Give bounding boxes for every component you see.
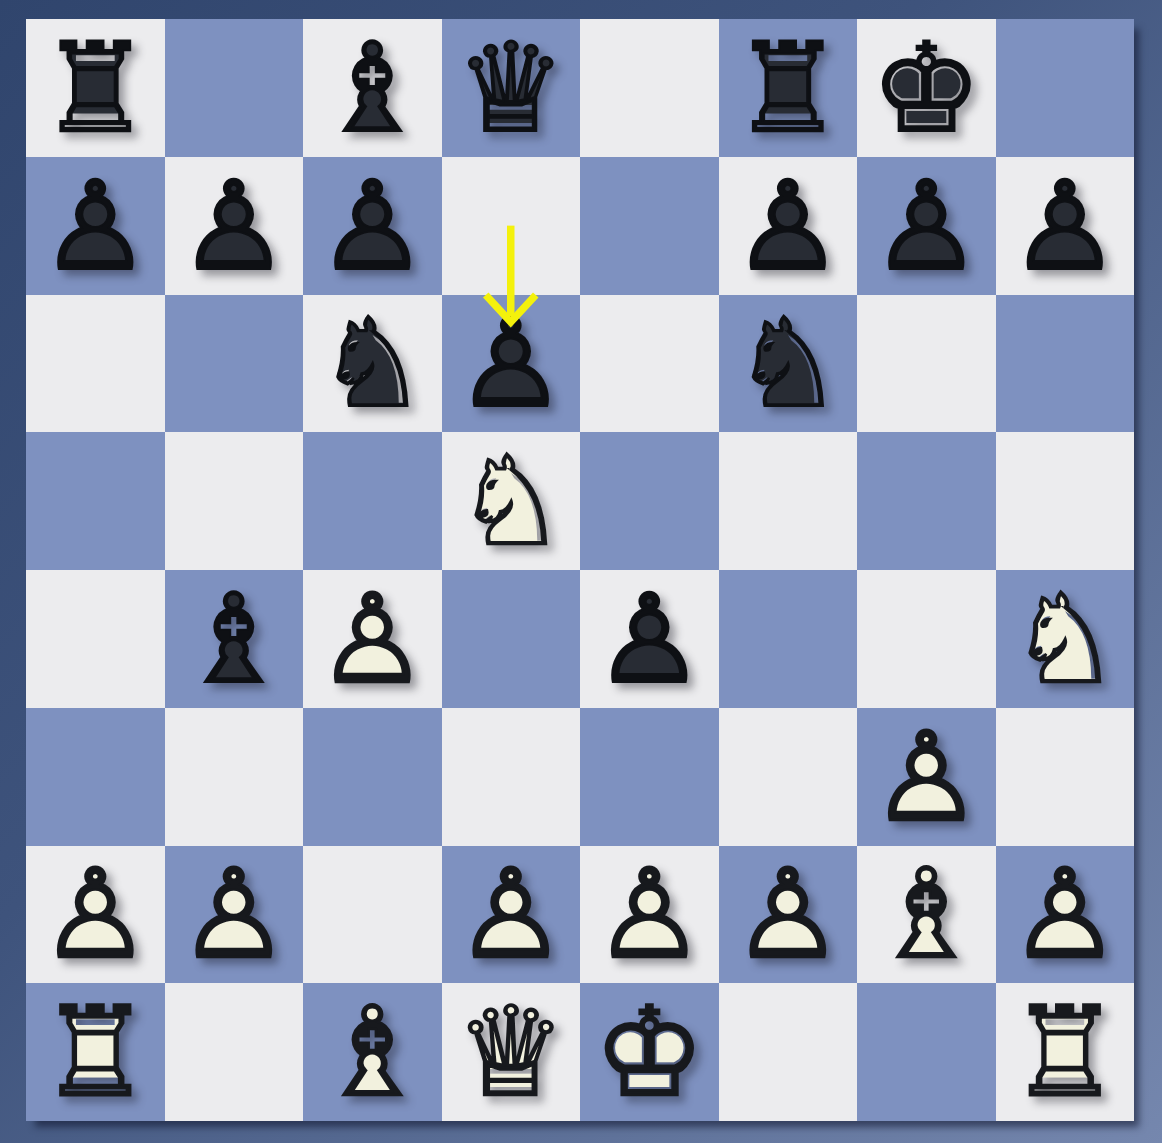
- piece-white-bishop-g2[interactable]: ♝♗: [857, 846, 996, 984]
- king-glyph-outline: ♔: [871, 26, 982, 150]
- knight-glyph-outline: ♘: [455, 439, 566, 563]
- rook-glyph-outline: ♖: [732, 26, 843, 150]
- square-a3[interactable]: [26, 708, 165, 846]
- piece-white-bishop-c1[interactable]: ♝♗: [303, 983, 442, 1121]
- piece-white-queen-d1[interactable]: ♛♕: [442, 983, 581, 1121]
- square-e6[interactable]: [580, 295, 719, 433]
- square-e4[interactable]: ♟♙: [580, 570, 719, 708]
- piece-black-knight-f6[interactable]: ♞♘: [719, 295, 858, 433]
- piece-white-pawn-b2[interactable]: ♟♙: [165, 846, 304, 984]
- square-b2[interactable]: ♟♙: [165, 846, 304, 984]
- piece-white-pawn-f2[interactable]: ♟♙: [719, 846, 858, 984]
- piece-white-knight-h4[interactable]: ♞♘: [996, 570, 1135, 708]
- square-b7[interactable]: ♟♙: [165, 157, 304, 295]
- pawn-glyph-outline: ♙: [317, 577, 428, 701]
- square-c8[interactable]: ♝♗: [303, 19, 442, 157]
- square-a6[interactable]: [26, 295, 165, 433]
- square-d5[interactable]: ♞♘: [442, 432, 581, 570]
- pawn-glyph-outline: ♙: [732, 164, 843, 288]
- square-g5[interactable]: [857, 432, 996, 570]
- square-g2[interactable]: ♝♗: [857, 846, 996, 984]
- pawn-glyph-outline: ♙: [178, 852, 289, 976]
- piece-black-knight-c6[interactable]: ♞♘: [303, 295, 442, 433]
- square-f2[interactable]: ♟♙: [719, 846, 858, 984]
- square-c5[interactable]: [303, 432, 442, 570]
- square-h4[interactable]: ♞♘: [996, 570, 1135, 708]
- square-f8[interactable]: ♜♖: [719, 19, 858, 157]
- square-a5[interactable]: [26, 432, 165, 570]
- square-c1[interactable]: ♝♗: [303, 983, 442, 1121]
- pawn-glyph-outline: ♙: [455, 301, 566, 425]
- square-d1[interactable]: ♛♕: [442, 983, 581, 1121]
- square-c7[interactable]: ♟♙: [303, 157, 442, 295]
- rook-glyph-outline: ♖: [40, 990, 151, 1114]
- square-b6[interactable]: [165, 295, 304, 433]
- piece-black-rook-a8[interactable]: ♜♖: [26, 19, 165, 157]
- piece-white-pawn-e2[interactable]: ♟♙: [580, 846, 719, 984]
- square-c4[interactable]: ♟♙: [303, 570, 442, 708]
- piece-white-king-e1[interactable]: ♚♔: [580, 983, 719, 1121]
- square-e8[interactable]: [580, 19, 719, 157]
- square-b3[interactable]: [165, 708, 304, 846]
- knight-glyph-outline: ♘: [732, 301, 843, 425]
- square-b5[interactable]: [165, 432, 304, 570]
- pawn-glyph-outline: ♙: [40, 164, 151, 288]
- square-f3[interactable]: [719, 708, 858, 846]
- square-a8[interactable]: ♜♖: [26, 19, 165, 157]
- square-h7[interactable]: ♟♙: [996, 157, 1135, 295]
- piece-black-pawn-e4[interactable]: ♟♙: [580, 570, 719, 708]
- piece-white-pawn-g3[interactable]: ♟♙: [857, 708, 996, 846]
- chess-board: ♜♖♝♗♛♕♜♖♚♔♟♙♟♙♟♙♟♙♟♙♟♙♞♘♟♙♞♘♞♘♝♗♟♙♟♙♞♘♟♙…: [26, 19, 1134, 1121]
- piece-black-pawn-c7[interactable]: ♟♙: [303, 157, 442, 295]
- square-e5[interactable]: [580, 432, 719, 570]
- piece-black-king-g8[interactable]: ♚♔: [857, 19, 996, 157]
- square-d4[interactable]: [442, 570, 581, 708]
- king-glyph-outline: ♔: [594, 990, 705, 1114]
- square-f6[interactable]: ♞♘: [719, 295, 858, 433]
- square-b8[interactable]: [165, 19, 304, 157]
- pawn-glyph-outline: ♙: [1009, 164, 1120, 288]
- knight-glyph-outline: ♘: [317, 301, 428, 425]
- bishop-glyph-outline: ♗: [317, 990, 428, 1114]
- square-g6[interactable]: [857, 295, 996, 433]
- square-d7[interactable]: [442, 157, 581, 295]
- square-g3[interactable]: ♟♙: [857, 708, 996, 846]
- pawn-glyph-outline: ♙: [594, 577, 705, 701]
- piece-white-pawn-d2[interactable]: ♟♙: [442, 846, 581, 984]
- queen-glyph-outline: ♕: [455, 26, 566, 150]
- piece-white-rook-h1[interactable]: ♜♖: [996, 983, 1135, 1121]
- piece-white-pawn-a2[interactable]: ♟♙: [26, 846, 165, 984]
- square-d2[interactable]: ♟♙: [442, 846, 581, 984]
- pawn-glyph-outline: ♙: [594, 852, 705, 976]
- pawn-glyph-outline: ♙: [40, 852, 151, 976]
- square-d8[interactable]: ♛♕: [442, 19, 581, 157]
- square-h6[interactable]: [996, 295, 1135, 433]
- square-g4[interactable]: [857, 570, 996, 708]
- rook-glyph-outline: ♖: [1009, 990, 1120, 1114]
- bishop-glyph-outline: ♗: [317, 26, 428, 150]
- square-a2[interactable]: ♟♙: [26, 846, 165, 984]
- bishop-glyph-outline: ♗: [871, 852, 982, 976]
- queen-glyph-outline: ♕: [455, 990, 566, 1114]
- piece-black-pawn-d6[interactable]: ♟♙: [442, 295, 581, 433]
- piece-black-pawn-g7[interactable]: ♟♙: [857, 157, 996, 295]
- square-h5[interactable]: [996, 432, 1135, 570]
- board-frame: ♜♖♝♗♛♕♜♖♚♔♟♙♟♙♟♙♟♙♟♙♟♙♞♘♟♙♞♘♞♘♝♗♟♙♟♙♞♘♟♙…: [0, 0, 1162, 1143]
- pawn-glyph-outline: ♙: [871, 715, 982, 839]
- square-g7[interactable]: ♟♙: [857, 157, 996, 295]
- piece-white-rook-a1[interactable]: ♜♖: [26, 983, 165, 1121]
- square-b4[interactable]: ♝♗: [165, 570, 304, 708]
- piece-white-pawn-c4[interactable]: ♟♙: [303, 570, 442, 708]
- square-d6[interactable]: ♟♙: [442, 295, 581, 433]
- square-a4[interactable]: [26, 570, 165, 708]
- square-f4[interactable]: [719, 570, 858, 708]
- pawn-glyph-outline: ♙: [732, 852, 843, 976]
- piece-black-pawn-h7[interactable]: ♟♙: [996, 157, 1135, 295]
- square-b1[interactable]: [165, 983, 304, 1121]
- square-h3[interactable]: [996, 708, 1135, 846]
- square-d3[interactable]: [442, 708, 581, 846]
- square-f1[interactable]: [719, 983, 858, 1121]
- piece-black-pawn-a7[interactable]: ♟♙: [26, 157, 165, 295]
- square-e7[interactable]: [580, 157, 719, 295]
- square-h8[interactable]: [996, 19, 1135, 157]
- piece-black-bishop-c8[interactable]: ♝♗: [303, 19, 442, 157]
- pawn-glyph-outline: ♙: [455, 852, 566, 976]
- piece-white-knight-d5[interactable]: ♞♘: [442, 432, 581, 570]
- square-e2[interactable]: ♟♙: [580, 846, 719, 984]
- square-f7[interactable]: ♟♙: [719, 157, 858, 295]
- square-f5[interactable]: [719, 432, 858, 570]
- rook-glyph-outline: ♖: [40, 26, 151, 150]
- piece-black-pawn-b7[interactable]: ♟♙: [165, 157, 304, 295]
- piece-black-bishop-b4[interactable]: ♝♗: [165, 570, 304, 708]
- knight-glyph-outline: ♘: [1009, 577, 1120, 701]
- pawn-glyph-outline: ♙: [1009, 852, 1120, 976]
- pawn-glyph-outline: ♙: [317, 164, 428, 288]
- square-c2[interactable]: [303, 846, 442, 984]
- piece-black-pawn-f7[interactable]: ♟♙: [719, 157, 858, 295]
- square-h2[interactable]: ♟♙: [996, 846, 1135, 984]
- pawn-glyph-outline: ♙: [871, 164, 982, 288]
- square-g1[interactable]: [857, 983, 996, 1121]
- piece-black-queen-d8[interactable]: ♛♕: [442, 19, 581, 157]
- bishop-glyph-outline: ♗: [178, 577, 289, 701]
- square-e3[interactable]: [580, 708, 719, 846]
- pawn-glyph-outline: ♙: [178, 164, 289, 288]
- square-h1[interactable]: ♜♖: [996, 983, 1135, 1121]
- square-c3[interactable]: [303, 708, 442, 846]
- square-e1[interactable]: ♚♔: [580, 983, 719, 1121]
- square-g8[interactable]: ♚♔: [857, 19, 996, 157]
- piece-white-pawn-h2[interactable]: ♟♙: [996, 846, 1135, 984]
- square-a1[interactable]: ♜♖: [26, 983, 165, 1121]
- square-c6[interactable]: ♞♘: [303, 295, 442, 433]
- square-a7[interactable]: ♟♙: [26, 157, 165, 295]
- piece-black-rook-f8[interactable]: ♜♖: [719, 19, 858, 157]
